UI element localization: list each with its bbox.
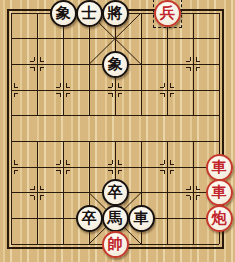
piece-red-general[interactable]: 帥	[102, 231, 129, 258]
piece-black-general[interactable]: 將	[102, 0, 129, 27]
piece-black-elephant[interactable]: 象	[102, 51, 129, 78]
piece-black-advisor[interactable]: 士	[76, 0, 103, 27]
xiangqi-board[interactable]: 象士將兵象車卒車卒馬車炮帥	[0, 0, 235, 262]
piece-red-cannon[interactable]: 炮	[206, 205, 233, 232]
piece-black-soldier[interactable]: 卒	[102, 179, 129, 206]
piece-black-horse[interactable]: 馬	[102, 205, 129, 232]
piece-black-soldier[interactable]: 卒	[76, 205, 103, 232]
piece-red-chariot[interactable]: 車	[206, 179, 233, 206]
piece-red-chariot[interactable]: 車	[206, 154, 233, 181]
pieces-layer: 象士將兵象車卒車卒馬車炮帥	[0, 0, 235, 262]
piece-black-chariot[interactable]: 車	[128, 205, 155, 232]
piece-red-soldier[interactable]: 兵	[154, 0, 181, 27]
piece-black-elephant[interactable]: 象	[50, 0, 77, 27]
